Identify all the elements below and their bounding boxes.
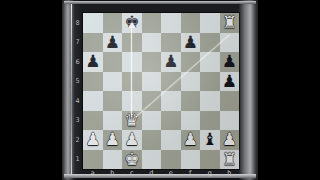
file-labels: abcdefgh <box>83 169 239 177</box>
square-b3[interactable] <box>103 111 123 131</box>
square-c6[interactable] <box>122 52 142 72</box>
square-e8[interactable] <box>161 13 181 33</box>
square-d1[interactable] <box>142 150 162 170</box>
piece-wr-h1[interactable]: ♜ <box>220 150 240 170</box>
file-label-b: b <box>103 169 123 177</box>
square-e6[interactable]: ♟ <box>161 52 181 72</box>
file-label-a: a <box>83 169 103 177</box>
square-f4[interactable] <box>181 91 201 111</box>
piece-bp-a6[interactable]: ♟ <box>83 52 103 72</box>
piece-wp-c2[interactable]: ♟ <box>122 130 142 150</box>
file-label-d: d <box>142 169 162 177</box>
square-h3[interactable] <box>220 111 240 131</box>
piece-bp-h5[interactable]: ♟ <box>220 72 240 92</box>
square-f6[interactable] <box>181 52 201 72</box>
square-c4[interactable] <box>122 91 142 111</box>
piece-bb-g2[interactable]: ♝ <box>200 130 220 150</box>
rank-labels: 87654321 <box>73 13 82 169</box>
square-g1[interactable] <box>200 150 220 170</box>
square-b6[interactable] <box>103 52 123 72</box>
square-a7[interactable] <box>83 33 103 53</box>
square-c8[interactable]: ♚ <box>122 13 142 33</box>
board: ♚♜♟♟♟♟♟♟♛♟♟♟♟♝♟♚♜ <box>83 13 239 169</box>
square-d4[interactable] <box>142 91 162 111</box>
square-b7[interactable]: ♟ <box>103 33 123 53</box>
square-h6[interactable]: ♟ <box>220 52 240 72</box>
piece-bp-e6[interactable]: ♟ <box>161 52 181 72</box>
chessboard-photo: 87654321 ♚♜♟♟♟♟♟♟♛♟♟♟♟♝♟♚♜ abcdefgh <box>62 0 258 180</box>
piece-wk-c1[interactable]: ♚ <box>122 150 142 170</box>
square-b4[interactable] <box>103 91 123 111</box>
square-f8[interactable] <box>181 13 201 33</box>
rank-label-2: 2 <box>73 130 82 150</box>
square-f1[interactable] <box>181 150 201 170</box>
square-f5[interactable] <box>181 72 201 92</box>
square-g5[interactable] <box>200 72 220 92</box>
file-label-g: g <box>200 169 220 177</box>
square-a8[interactable] <box>83 13 103 33</box>
piece-wr-h8[interactable]: ♜ <box>220 13 240 33</box>
square-g7[interactable] <box>200 33 220 53</box>
frame-left-bevel <box>71 4 73 175</box>
file-label-c: c <box>122 169 142 177</box>
square-d2[interactable] <box>142 130 162 150</box>
piece-wp-a2[interactable]: ♟ <box>83 130 103 150</box>
square-e7[interactable] <box>161 33 181 53</box>
rank-label-5: 5 <box>73 72 82 92</box>
square-b8[interactable] <box>103 13 123 33</box>
square-e3[interactable] <box>161 111 181 131</box>
square-f7[interactable]: ♟ <box>181 33 201 53</box>
rank-label-4: 4 <box>73 91 82 111</box>
rank-label-7: 7 <box>73 33 82 53</box>
square-e1[interactable] <box>161 150 181 170</box>
square-d7[interactable] <box>142 33 162 53</box>
square-e2[interactable] <box>161 130 181 150</box>
square-h7[interactable] <box>220 33 240 53</box>
square-h1[interactable]: ♜ <box>220 150 240 170</box>
rank-label-1: 1 <box>73 150 82 170</box>
square-g2[interactable]: ♝ <box>200 130 220 150</box>
piece-wp-h2[interactable]: ♟ <box>220 130 240 150</box>
square-h2[interactable]: ♟ <box>220 130 240 150</box>
piece-bp-h6[interactable]: ♟ <box>220 52 240 72</box>
square-c7[interactable] <box>122 33 142 53</box>
piece-bk-c8[interactable]: ♚ <box>122 13 142 33</box>
square-a5[interactable] <box>83 72 103 92</box>
square-a6[interactable]: ♟ <box>83 52 103 72</box>
square-g6[interactable] <box>200 52 220 72</box>
square-h4[interactable] <box>220 91 240 111</box>
square-b1[interactable] <box>103 150 123 170</box>
frame-top-bevel <box>64 1 256 4</box>
square-a3[interactable] <box>83 111 103 131</box>
square-a1[interactable] <box>83 150 103 170</box>
square-g8[interactable] <box>200 13 220 33</box>
square-c1[interactable]: ♚ <box>122 150 142 170</box>
square-d3[interactable] <box>142 111 162 131</box>
square-d5[interactable] <box>142 72 162 92</box>
square-f3[interactable] <box>181 111 201 131</box>
file-label-e: e <box>161 169 181 177</box>
square-e5[interactable] <box>161 72 181 92</box>
file-label-f: f <box>181 169 201 177</box>
square-b5[interactable] <box>103 72 123 92</box>
square-c5[interactable] <box>122 72 142 92</box>
square-d8[interactable] <box>142 13 162 33</box>
square-f2[interactable]: ♟ <box>181 130 201 150</box>
square-g3[interactable] <box>200 111 220 131</box>
square-h8[interactable]: ♜ <box>220 13 240 33</box>
piece-bp-f7[interactable]: ♟ <box>181 33 201 53</box>
rank-label-3: 3 <box>73 111 82 131</box>
square-g4[interactable] <box>200 91 220 111</box>
square-d6[interactable] <box>142 52 162 72</box>
rank-label-6: 6 <box>73 52 82 72</box>
square-b2[interactable]: ♟ <box>103 130 123 150</box>
rank-label-8: 8 <box>73 13 82 33</box>
square-c2[interactable]: ♟ <box>122 130 142 150</box>
square-c3[interactable]: ♛ <box>122 111 142 131</box>
square-h5[interactable]: ♟ <box>220 72 240 92</box>
piece-wq-c3[interactable]: ♛ <box>122 111 142 131</box>
file-label-h: h <box>220 169 240 177</box>
piece-bp-b7[interactable]: ♟ <box>103 33 123 53</box>
square-e4[interactable] <box>161 91 181 111</box>
piece-wp-b2[interactable]: ♟ <box>103 130 123 150</box>
square-a4[interactable] <box>83 91 103 111</box>
square-a2[interactable]: ♟ <box>83 130 103 150</box>
piece-wp-f2[interactable]: ♟ <box>181 130 201 150</box>
